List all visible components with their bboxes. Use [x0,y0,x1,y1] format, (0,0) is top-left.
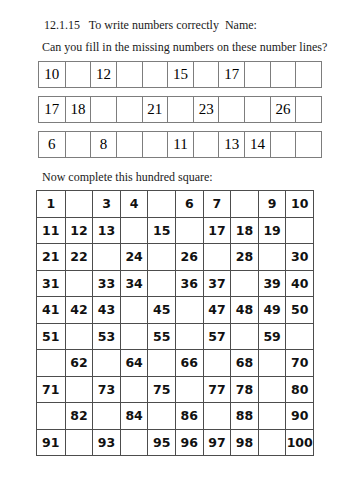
missing-number-cell[interactable] [218,97,244,122]
missing-number-cell[interactable] [230,191,258,217]
given-number-cell: 59 [258,323,286,350]
missing-number-cell[interactable] [295,132,321,157]
given-number-cell: 50 [285,296,313,323]
missing-number-cell[interactable] [147,243,175,270]
given-number-cell: 75 [147,376,175,403]
given-number-cell: 3 [92,191,120,217]
missing-number-cell[interactable] [120,376,148,403]
missing-number-cell[interactable] [37,402,65,429]
given-number-cell: 91 [37,429,65,456]
given-number-cell: 10 [285,191,313,217]
given-number-cell: 70 [285,349,313,376]
number-line-3: 68111314 [38,131,322,158]
missing-number-cell[interactable] [270,132,296,157]
given-number-cell: 22 [65,243,93,270]
given-number-cell: 48 [230,296,258,323]
missing-number-cell[interactable] [203,349,231,376]
given-number-cell: 7 [203,191,231,217]
given-number-cell: 64 [120,349,148,376]
given-number-cell: 41 [37,296,65,323]
missing-number-cell[interactable] [147,349,175,376]
given-number-cell: 90 [285,402,313,429]
given-number-cell: 68 [230,349,258,376]
missing-number-cell[interactable] [258,243,286,270]
given-number-cell: 62 [65,349,93,376]
missing-number-cell[interactable] [65,270,93,297]
missing-number-cell[interactable] [285,217,313,244]
given-number-cell: 13 [92,217,120,244]
missing-number-cell[interactable] [92,243,120,270]
missing-number-cell[interactable] [244,62,270,87]
missing-number-cell[interactable] [65,132,91,157]
missing-number-cell[interactable] [37,349,65,376]
missing-number-cell[interactable] [203,402,231,429]
given-number-cell: 97 [203,429,231,456]
given-number-cell: 39 [258,270,286,297]
given-number-cell: 4 [120,191,148,217]
given-number-cell: 17 [39,97,65,122]
given-number-cell: 26 [175,243,203,270]
given-number-cell: 71 [37,376,65,403]
given-number-cell: 6 [175,191,203,217]
worksheet-page: 12.1.15 To write numbers correctly Name:… [0,0,354,500]
missing-number-cell[interactable] [203,243,231,270]
given-number-cell: 82 [65,402,93,429]
given-number-cell: 17 [203,217,231,244]
given-number-cell: 19 [258,217,286,244]
missing-number-cell[interactable] [270,62,296,87]
given-number-cell: 47 [203,296,231,323]
missing-number-cell[interactable] [120,217,148,244]
hundred-square-grid: 1346791011121315171819212224262830313334… [36,190,314,456]
number-line-2: 1718212326 [38,96,322,123]
missing-number-cell[interactable] [175,296,203,323]
missing-number-cell[interactable] [92,349,120,376]
missing-number-cell[interactable] [120,429,148,456]
given-number-cell: 15 [167,62,193,87]
given-number-cell: 18 [230,217,258,244]
missing-number-cell[interactable] [65,62,91,87]
missing-number-cell[interactable] [65,323,93,350]
missing-number-cell[interactable] [120,323,148,350]
given-number-cell: 6 [39,132,65,157]
missing-number-cell[interactable] [244,97,270,122]
missing-number-cell[interactable] [65,429,93,456]
missing-number-cell[interactable] [147,191,175,217]
page-title: 12.1.15 To write numbers correctly Name: [44,18,257,32]
given-number-cell: 24 [120,243,148,270]
given-number-cell: 14 [244,132,270,157]
given-number-cell: 1 [37,191,65,217]
given-number-cell: 95 [147,429,175,456]
given-number-cell: 12 [65,217,93,244]
given-number-cell: 100 [285,429,313,456]
missing-number-cell[interactable] [65,191,93,217]
missing-number-cell[interactable] [65,376,93,403]
missing-number-cell[interactable] [167,97,193,122]
given-number-cell: 37 [203,270,231,297]
missing-number-cell[interactable] [258,349,286,376]
given-number-cell: 30 [285,243,313,270]
given-number-cell: 98 [230,429,258,456]
given-number-cell: 34 [120,270,148,297]
given-number-cell: 96 [175,429,203,456]
given-number-cell: 26 [270,97,296,122]
missing-number-cell[interactable] [147,270,175,297]
missing-number-cell[interactable] [285,323,313,350]
given-number-cell: 73 [92,376,120,403]
given-number-cell: 55 [147,323,175,350]
missing-number-cell[interactable] [258,376,286,403]
given-number-cell: 80 [285,376,313,403]
given-number-cell: 57 [203,323,231,350]
given-number-cell: 15 [147,217,175,244]
given-number-cell: 49 [258,296,286,323]
given-number-cell: 66 [175,349,203,376]
missing-number-cell[interactable] [142,132,168,157]
missing-number-cell[interactable] [295,62,321,87]
given-number-cell: 84 [120,402,148,429]
given-number-cell: 21 [37,243,65,270]
given-number-cell: 17 [218,62,244,87]
missing-number-cell[interactable] [90,97,116,122]
given-number-cell: 8 [90,132,116,157]
missing-number-cell[interactable] [142,62,168,87]
missing-number-cell[interactable] [116,132,142,157]
given-number-cell: 11 [167,132,193,157]
missing-number-cell[interactable] [258,429,286,456]
given-number-cell: 53 [92,323,120,350]
given-number-cell: 28 [230,243,258,270]
number-line-1: 10121517 [38,61,322,88]
given-number-cell: 33 [92,270,120,297]
given-number-cell: 51 [37,323,65,350]
given-number-cell: 31 [37,270,65,297]
missing-number-cell[interactable] [230,323,258,350]
missing-number-cell[interactable] [92,402,120,429]
missing-number-cell[interactable] [120,296,148,323]
given-number-cell: 86 [175,402,203,429]
given-number-cell: 21 [142,97,168,122]
missing-number-cell[interactable] [116,62,142,87]
given-number-cell: 10 [39,62,65,87]
given-number-cell: 9 [258,191,286,217]
given-number-cell: 43 [92,296,120,323]
missing-number-cell[interactable] [193,132,219,157]
missing-number-cell[interactable] [230,270,258,297]
given-number-cell: 40 [285,270,313,297]
missing-number-cell[interactable] [147,402,175,429]
given-number-cell: 45 [147,296,175,323]
missing-number-cell[interactable] [175,217,203,244]
given-number-cell: 78 [230,376,258,403]
missing-number-cell[interactable] [295,97,321,122]
missing-number-cell[interactable] [193,62,219,87]
missing-number-cell[interactable] [258,402,286,429]
given-number-cell: 23 [193,97,219,122]
missing-number-cell[interactable] [175,376,203,403]
given-number-cell: 36 [175,270,203,297]
given-number-cell: 11 [37,217,65,244]
missing-number-cell[interactable] [116,97,142,122]
given-number-cell: 12 [90,62,116,87]
given-number-cell: 88 [230,402,258,429]
missing-number-cell[interactable] [175,323,203,350]
given-number-cell: 42 [65,296,93,323]
given-number-cell: 93 [92,429,120,456]
given-number-cell: 77 [203,376,231,403]
hundred-square-instruction: Now complete this hundred square: [42,170,213,184]
number-lines-instruction: Can you fill in the missing numbers on t… [42,40,327,54]
given-number-cell: 13 [218,132,244,157]
given-number-cell: 18 [65,97,91,122]
